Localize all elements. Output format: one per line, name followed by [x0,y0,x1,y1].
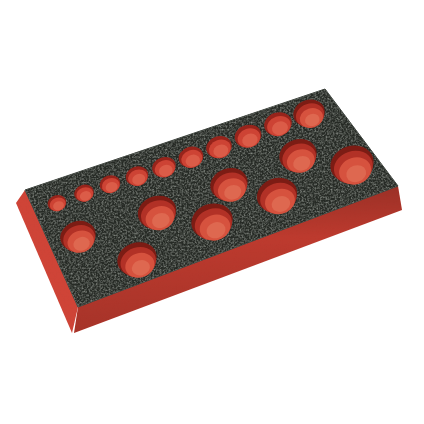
foam-tray-photo [0,0,424,424]
product-photo-canvas [0,0,424,424]
